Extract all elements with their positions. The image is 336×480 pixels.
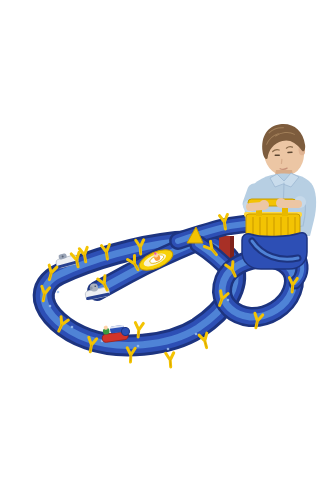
paddle-wheel bbox=[121, 327, 130, 336]
product-photo-svg bbox=[0, 0, 336, 480]
boy-hand-left bbox=[259, 200, 269, 210]
boy-hand-right bbox=[276, 198, 286, 208]
lock-tower bbox=[242, 233, 307, 269]
product-photo bbox=[0, 0, 336, 480]
